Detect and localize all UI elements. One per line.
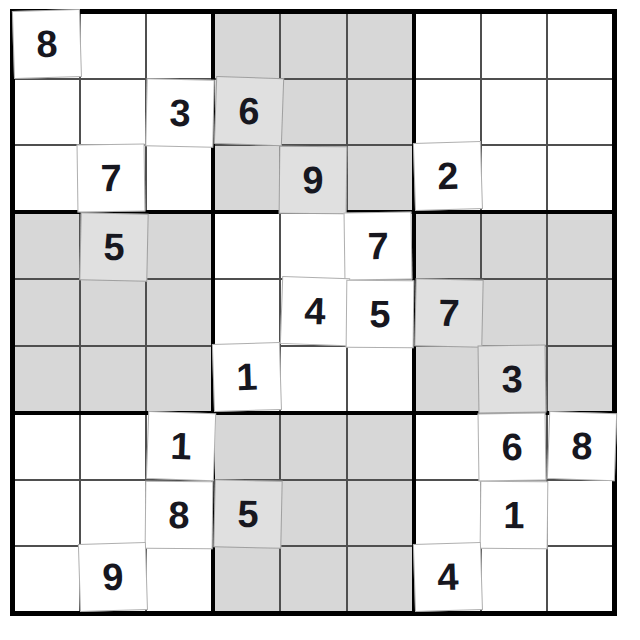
given-tile: 1 [212,341,282,411]
cell-r6c5[interactable] [281,347,345,411]
box-8: 5 [215,415,411,611]
cell-r8c5[interactable] [281,481,345,545]
cell-r9c3[interactable] [147,547,211,611]
cell-r7c4[interactable] [215,415,279,479]
cell-r2c9[interactable] [548,80,612,144]
cell-r4c5[interactable] [281,214,345,278]
box-3: 2 [416,14,612,210]
cell-r3c3[interactable] [147,146,211,210]
given-digit: 3 [169,94,191,132]
given-tile: 4 [413,542,483,612]
cell-r2c6[interactable] [348,80,412,144]
cell-r4c9[interactable] [548,214,612,278]
cell-r6c3[interactable] [147,347,211,411]
cell-r7c7[interactable] [416,415,480,479]
cell-r9c8[interactable] [482,547,546,611]
cell-r5c5[interactable]: 4 [281,280,345,344]
cell-r1c5[interactable] [281,14,345,78]
given-tile: 6 [477,412,546,481]
cell-r5c9[interactable] [548,280,612,344]
box-5: 7451 [215,214,411,410]
given-tile: 8 [145,480,214,549]
cell-r3c2[interactable]: 7 [81,146,145,210]
given-tile: 7 [77,144,146,213]
cell-r9c5[interactable] [281,547,345,611]
given-tile: 8 [12,9,82,79]
cell-r7c3[interactable]: 1 [147,415,211,479]
cell-r2c4[interactable]: 6 [215,80,279,144]
given-digit: 5 [237,495,259,533]
cell-r6c9[interactable] [548,347,612,411]
cell-r7c6[interactable] [348,415,412,479]
cell-r3c8[interactable] [482,146,546,210]
cell-r4c2[interactable]: 5 [81,214,145,278]
given-digit: 7 [367,227,389,265]
cell-r2c5[interactable] [281,80,345,144]
cell-r1c3[interactable] [147,14,211,78]
cell-r4c1[interactable] [15,214,79,278]
cell-r8c7[interactable] [416,481,480,545]
cell-r9c9[interactable] [548,547,612,611]
box-6: 73 [416,214,612,410]
given-tile: 5 [79,213,149,283]
given-digit: 4 [304,292,326,331]
box-4: 5 [15,214,211,410]
given-digit: 7 [100,159,122,197]
cell-r5c1[interactable] [15,280,79,344]
given-tile: 4 [280,276,350,346]
given-tile: 3 [477,344,546,413]
cell-r8c6[interactable] [348,481,412,545]
cell-r8c9[interactable] [548,481,612,545]
given-tile: 7 [343,212,412,281]
cell-r5c7[interactable]: 7 [416,280,480,344]
box-7: 189 [15,415,211,611]
cell-r6c4[interactable]: 1 [215,347,279,411]
given-digit: 1 [236,357,258,396]
cell-r6c2[interactable] [81,347,145,411]
given-tile: 9 [78,542,148,612]
cell-r5c8[interactable] [482,280,546,344]
cell-r9c4[interactable] [215,547,279,611]
cell-r7c9[interactable]: 8 [548,415,612,479]
cell-r3c1[interactable] [15,146,79,210]
given-digit: 8 [571,426,593,465]
given-digit: 1 [503,496,525,534]
cell-r9c6[interactable] [348,547,412,611]
box-1: 837 [15,14,211,210]
cell-r8c2[interactable] [81,481,145,545]
cell-r2c2[interactable] [81,80,145,144]
cell-r5c2[interactable] [81,280,145,344]
cell-r8c4[interactable]: 5 [215,481,279,545]
cell-r2c3[interactable]: 3 [147,80,211,144]
cell-r6c6[interactable] [348,347,412,411]
cell-r3c6[interactable] [348,146,412,210]
given-tile: 8 [547,411,617,481]
cell-r8c8[interactable]: 1 [482,481,546,545]
given-tile: 7 [414,279,484,349]
given-digit: 9 [303,161,325,199]
given-digit: 5 [103,228,125,266]
cell-r1c1[interactable]: 8 [15,14,79,78]
given-digit: 3 [501,359,523,397]
cell-r7c2[interactable] [81,415,145,479]
cell-r2c7[interactable] [416,80,480,144]
given-tile: 9 [279,146,348,215]
cell-r2c8[interactable] [482,80,546,144]
cell-r1c7[interactable] [416,14,480,78]
given-tile: 5 [214,479,284,549]
given-tile: 3 [145,78,215,148]
box-9: 6814 [416,415,612,611]
cell-r9c2[interactable]: 9 [81,547,145,611]
cell-r2c1[interactable] [15,80,79,144]
given-digit: 1 [170,426,192,465]
cell-r3c9[interactable] [548,146,612,210]
cell-r7c8[interactable]: 6 [482,415,546,479]
given-digit: 5 [369,295,391,333]
cell-r1c2[interactable] [81,14,145,78]
cell-r3c7[interactable]: 2 [416,146,480,210]
given-digit: 2 [436,157,458,196]
given-digit: 6 [501,428,523,466]
cell-r4c6[interactable]: 7 [348,214,412,278]
cell-r5c6[interactable]: 5 [348,280,412,344]
cell-r1c9[interactable] [548,14,612,78]
cell-r6c1[interactable] [15,347,79,411]
given-tile: 1 [479,480,548,549]
cell-r9c1[interactable] [15,547,79,611]
cell-r5c3[interactable] [147,280,211,344]
cell-r5c4[interactable] [215,280,279,344]
given-digit: 4 [436,558,458,597]
cell-r9c7[interactable]: 4 [416,547,480,611]
cell-r8c1[interactable] [15,481,79,545]
given-digit: 6 [238,92,260,131]
cell-r6c7[interactable] [416,347,480,411]
cell-r4c4[interactable] [215,214,279,278]
cell-r3c4[interactable] [215,146,279,210]
cell-r1c8[interactable] [482,14,546,78]
given-digit: 8 [36,25,58,64]
given-digit: 9 [102,558,124,597]
cell-r4c8[interactable] [482,214,546,278]
cell-r7c5[interactable] [281,415,345,479]
given-tile: 5 [345,280,414,349]
cell-r4c7[interactable] [416,214,480,278]
given-digit: 7 [438,294,460,332]
given-tile: 1 [146,411,216,481]
cell-r3c5[interactable]: 9 [281,146,345,210]
given-tile: 6 [214,76,284,146]
box-2: 69 [215,14,411,210]
cell-r1c4[interactable] [215,14,279,78]
cell-r7c1[interactable] [15,415,79,479]
sudoku-board: 837692574517318956814 [10,9,617,616]
given-digit: 8 [168,496,190,534]
cell-r6c8[interactable]: 3 [482,347,546,411]
cell-r8c3[interactable]: 8 [147,481,211,545]
cell-r4c3[interactable] [147,214,211,278]
cell-r1c6[interactable] [348,14,412,78]
given-tile: 2 [413,141,483,211]
